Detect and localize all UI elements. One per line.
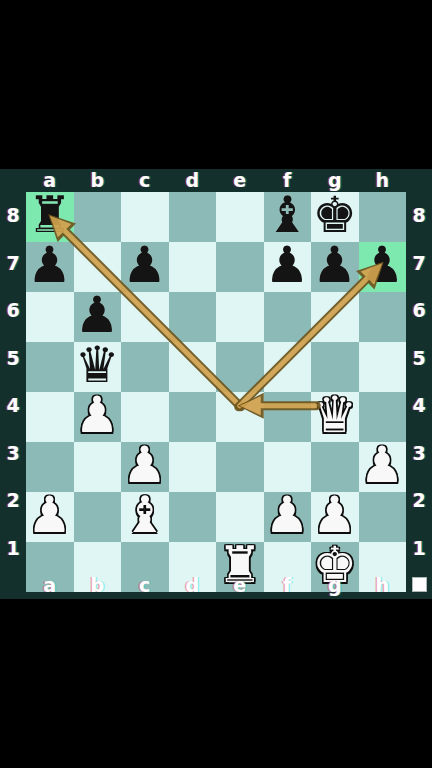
square-a8[interactable]: ♜ (26, 192, 74, 242)
square-b7[interactable] (74, 242, 122, 292)
rank-labels-right: 87654321 (406, 192, 432, 572)
square-f3[interactable] (264, 442, 312, 492)
square-a3[interactable] (26, 442, 74, 492)
square-d5[interactable] (169, 342, 217, 392)
square-c2[interactable]: ♝ (121, 492, 169, 542)
piece-black-bishop[interactable]: ♝ (265, 190, 310, 240)
square-a5[interactable] (26, 342, 74, 392)
square-e5[interactable] (216, 342, 264, 392)
file-label-f: f (264, 572, 312, 599)
square-d3[interactable] (169, 442, 217, 492)
square-b4[interactable]: ♟ (74, 392, 122, 442)
file-label-h: h (359, 572, 407, 599)
rank-label-1: 1 (406, 525, 432, 573)
square-e8[interactable] (216, 192, 264, 242)
square-d8[interactable] (169, 192, 217, 242)
file-label-e: e (216, 572, 264, 599)
board-grid: ♜♝♚♟♟♟♟♟♟♛♟♛♟♟♟♝♟♟♜♚ (26, 192, 406, 572)
square-c5[interactable] (121, 342, 169, 392)
rank-label-4: 4 (406, 382, 432, 430)
corner-spacer (0, 169, 26, 192)
square-c7[interactable]: ♟ (121, 242, 169, 292)
square-b6[interactable]: ♟ (74, 292, 122, 342)
piece-white-pawn[interactable]: ♟ (75, 390, 120, 440)
rank-label-4: 4 (0, 382, 26, 430)
square-g6[interactable] (311, 292, 359, 342)
square-h2[interactable] (359, 492, 407, 542)
file-label-a: a (26, 572, 74, 599)
piece-black-pawn[interactable]: ♟ (27, 240, 72, 290)
file-label-c: c (121, 169, 169, 192)
square-c3[interactable]: ♟ (121, 442, 169, 492)
file-label-c: c (121, 572, 169, 599)
rank-label-7: 7 (406, 240, 432, 288)
piece-black-pawn[interactable]: ♟ (312, 240, 357, 290)
piece-black-king[interactable]: ♚ (312, 190, 357, 240)
screen: abcdefgh 87654321 ♜♝♚♟♟♟♟♟♟♛♟♛♟♟♟♝♟♟♜♚ 8… (0, 0, 432, 768)
rank-label-8: 8 (0, 192, 26, 240)
square-c6[interactable] (121, 292, 169, 342)
piece-white-pawn[interactable]: ♟ (360, 440, 405, 490)
rank-label-6: 6 (406, 287, 432, 335)
square-g7[interactable]: ♟ (311, 242, 359, 292)
square-h8[interactable] (359, 192, 407, 242)
rank-label-8: 8 (406, 192, 432, 240)
chess-board: ♜♝♚♟♟♟♟♟♟♛♟♛♟♟♟♝♟♟♜♚ (26, 192, 406, 572)
rank-label-5: 5 (0, 335, 26, 383)
square-b8[interactable] (74, 192, 122, 242)
rank-label-3: 3 (0, 430, 26, 478)
square-d6[interactable] (169, 292, 217, 342)
piece-black-pawn[interactable]: ♟ (75, 290, 120, 340)
square-e4[interactable] (216, 392, 264, 442)
square-f2[interactable]: ♟ (264, 492, 312, 542)
piece-black-pawn[interactable]: ♟ (122, 240, 167, 290)
rank-label-6: 6 (0, 287, 26, 335)
square-a2[interactable]: ♟ (26, 492, 74, 542)
rank-label-5: 5 (406, 335, 432, 383)
rank-label-1: 1 (0, 525, 26, 573)
square-f5[interactable] (264, 342, 312, 392)
piece-white-queen[interactable]: ♛ (312, 390, 357, 440)
side-to-move-indicator (412, 577, 427, 592)
chess-board-panel: abcdefgh 87654321 ♜♝♚♟♟♟♟♟♟♛♟♛♟♟♟♝♟♟♜♚ 8… (0, 169, 432, 599)
rank-label-2: 2 (0, 477, 26, 525)
square-b2[interactable] (74, 492, 122, 542)
file-label-b: b (74, 169, 122, 192)
square-f7[interactable]: ♟ (264, 242, 312, 292)
file-label-g: g (311, 572, 359, 599)
square-e3[interactable] (216, 442, 264, 492)
rank-label-2: 2 (406, 477, 432, 525)
square-f8[interactable]: ♝ (264, 192, 312, 242)
corner-spacer (0, 572, 26, 599)
square-a7[interactable]: ♟ (26, 242, 74, 292)
piece-black-pawn[interactable]: ♟ (360, 240, 405, 290)
square-c4[interactable] (121, 392, 169, 442)
square-c8[interactable] (121, 192, 169, 242)
square-d4[interactable] (169, 392, 217, 442)
file-label-e: e (216, 169, 264, 192)
piece-black-rook[interactable]: ♜ (27, 190, 72, 240)
square-e2[interactable] (216, 492, 264, 542)
square-d2[interactable] (169, 492, 217, 542)
square-a6[interactable] (26, 292, 74, 342)
square-a4[interactable] (26, 392, 74, 442)
square-g2[interactable]: ♟ (311, 492, 359, 542)
square-h3[interactable]: ♟ (359, 442, 407, 492)
square-g4[interactable]: ♛ (311, 392, 359, 442)
square-h6[interactable] (359, 292, 407, 342)
file-label-d: d (169, 169, 217, 192)
square-b5[interactable]: ♛ (74, 342, 122, 392)
square-e7[interactable] (216, 242, 264, 292)
file-labels-bottom: abcdefgh (0, 572, 432, 599)
rank-label-3: 3 (406, 430, 432, 478)
square-f6[interactable] (264, 292, 312, 342)
piece-white-pawn[interactable]: ♟ (122, 440, 167, 490)
piece-black-queen[interactable]: ♛ (75, 340, 120, 390)
square-h5[interactable] (359, 342, 407, 392)
square-b3[interactable] (74, 442, 122, 492)
rank-labels-left: 87654321 (0, 192, 26, 572)
corner-spacer (406, 169, 432, 192)
file-label-d: d (169, 572, 217, 599)
rank-label-7: 7 (0, 240, 26, 288)
square-d7[interactable] (169, 242, 217, 292)
piece-white-pawn[interactable]: ♟ (312, 490, 357, 540)
square-g8[interactable]: ♚ (311, 192, 359, 242)
piece-white-pawn[interactable]: ♟ (265, 490, 310, 540)
square-g5[interactable] (311, 342, 359, 392)
piece-white-bishop[interactable]: ♝ (122, 490, 167, 540)
square-e6[interactable] (216, 292, 264, 342)
piece-white-pawn[interactable]: ♟ (27, 490, 72, 540)
file-label-b: b (74, 572, 122, 599)
square-h4[interactable] (359, 392, 407, 442)
piece-black-pawn[interactable]: ♟ (265, 240, 310, 290)
file-label-h: h (359, 169, 407, 192)
square-f4[interactable] (264, 392, 312, 442)
square-h7[interactable]: ♟ (359, 242, 407, 292)
square-g3[interactable] (311, 442, 359, 492)
